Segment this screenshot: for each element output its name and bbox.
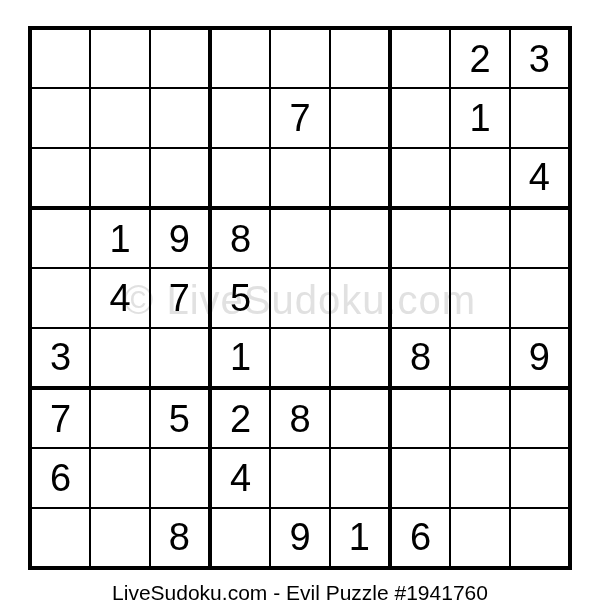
cell-r7c7[interactable] — [392, 390, 449, 447]
cell-r6c2[interactable] — [91, 329, 148, 386]
cell-r3c7[interactable] — [392, 149, 449, 206]
cell-r7c8[interactable] — [451, 390, 508, 447]
cell-r1c7[interactable] — [392, 30, 449, 87]
puzzle-caption: LiveSudoku.com - Evil Puzzle #1941760 — [0, 581, 600, 605]
cell-r2c9[interactable] — [511, 89, 568, 146]
cell-r7c3[interactable]: 5 — [151, 390, 208, 447]
cell-r2c1[interactable] — [32, 89, 89, 146]
cell-r2c2[interactable] — [91, 89, 148, 146]
cell-r8c1[interactable]: 6 — [32, 449, 89, 506]
cell-r8c4[interactable]: 4 — [212, 449, 269, 506]
cell-r6c6[interactable] — [331, 329, 388, 386]
cell-r4c3[interactable]: 9 — [151, 210, 208, 267]
cell-r1c1[interactable] — [32, 30, 89, 87]
cell-r7c2[interactable] — [91, 390, 148, 447]
cell-r5c3[interactable]: 7 — [151, 269, 208, 326]
cell-r5c1[interactable] — [32, 269, 89, 326]
cell-r2c4[interactable] — [212, 89, 269, 146]
cell-r6c4[interactable]: 1 — [212, 329, 269, 386]
cell-r3c6[interactable] — [331, 149, 388, 206]
cell-r5c6[interactable] — [331, 269, 388, 326]
cell-r7c5[interactable]: 8 — [271, 390, 328, 447]
cell-r9c9[interactable] — [511, 509, 568, 566]
cell-r3c3[interactable] — [151, 149, 208, 206]
cell-r4c7[interactable] — [392, 210, 449, 267]
sudoku-board: 7231419473851897568284916 — [28, 26, 572, 570]
box-5: 851 — [212, 210, 388, 386]
cell-r1c3[interactable] — [151, 30, 208, 87]
cell-r1c4[interactable] — [212, 30, 269, 87]
cell-r1c2[interactable] — [91, 30, 148, 87]
cell-r8c2[interactable] — [91, 449, 148, 506]
cell-r2c5[interactable]: 7 — [271, 89, 328, 146]
cell-r6c8[interactable] — [451, 329, 508, 386]
cell-r1c5[interactable] — [271, 30, 328, 87]
cell-r7c9[interactable] — [511, 390, 568, 447]
cell-r3c1[interactable] — [32, 149, 89, 206]
cell-r2c8[interactable]: 1 — [451, 89, 508, 146]
cell-r5c7[interactable] — [392, 269, 449, 326]
cell-r9c1[interactable] — [32, 509, 89, 566]
cell-r8c7[interactable] — [392, 449, 449, 506]
cell-r6c1[interactable]: 3 — [32, 329, 89, 386]
cell-r5c2[interactable]: 4 — [91, 269, 148, 326]
cell-r9c2[interactable] — [91, 509, 148, 566]
cell-r1c6[interactable] — [331, 30, 388, 87]
box-1 — [32, 30, 208, 206]
cell-r8c8[interactable] — [451, 449, 508, 506]
cell-r2c7[interactable] — [392, 89, 449, 146]
cell-r9c4[interactable] — [212, 509, 269, 566]
cell-r9c5[interactable]: 9 — [271, 509, 328, 566]
box-3: 2314 — [392, 30, 568, 206]
cell-r4c9[interactable] — [511, 210, 568, 267]
cell-r7c6[interactable] — [331, 390, 388, 447]
cell-r8c3[interactable] — [151, 449, 208, 506]
cell-r9c7[interactable]: 6 — [392, 509, 449, 566]
box-8: 28491 — [212, 390, 388, 566]
cell-r8c9[interactable] — [511, 449, 568, 506]
cell-r8c6[interactable] — [331, 449, 388, 506]
box-9: 6 — [392, 390, 568, 566]
cell-r6c7[interactable]: 8 — [392, 329, 449, 386]
cell-r5c4[interactable]: 5 — [212, 269, 269, 326]
cell-r4c5[interactable] — [271, 210, 328, 267]
cell-r8c5[interactable] — [271, 449, 328, 506]
cell-r3c4[interactable] — [212, 149, 269, 206]
box-7: 7568 — [32, 390, 208, 566]
cell-r7c1[interactable]: 7 — [32, 390, 89, 447]
cell-r9c3[interactable]: 8 — [151, 509, 208, 566]
cell-r5c5[interactable] — [271, 269, 328, 326]
cell-r2c6[interactable] — [331, 89, 388, 146]
cell-r9c8[interactable] — [451, 509, 508, 566]
cell-r5c8[interactable] — [451, 269, 508, 326]
cell-r3c9[interactable]: 4 — [511, 149, 568, 206]
cell-r7c4[interactable]: 2 — [212, 390, 269, 447]
cell-r9c6[interactable]: 1 — [331, 509, 388, 566]
box-4: 19473 — [32, 210, 208, 386]
cell-r5c9[interactable] — [511, 269, 568, 326]
cell-r6c3[interactable] — [151, 329, 208, 386]
cell-r6c9[interactable]: 9 — [511, 329, 568, 386]
box-2: 7 — [212, 30, 388, 206]
cell-r4c6[interactable] — [331, 210, 388, 267]
box-6: 89 — [392, 210, 568, 386]
cell-r1c8[interactable]: 2 — [451, 30, 508, 87]
cell-r4c2[interactable]: 1 — [91, 210, 148, 267]
cell-r4c1[interactable] — [32, 210, 89, 267]
cell-r4c4[interactable]: 8 — [212, 210, 269, 267]
cell-r6c5[interactable] — [271, 329, 328, 386]
cell-r3c8[interactable] — [451, 149, 508, 206]
cell-r3c5[interactable] — [271, 149, 328, 206]
cell-r2c3[interactable] — [151, 89, 208, 146]
cell-r1c9[interactable]: 3 — [511, 30, 568, 87]
cell-r3c2[interactable] — [91, 149, 148, 206]
cell-r4c8[interactable] — [451, 210, 508, 267]
